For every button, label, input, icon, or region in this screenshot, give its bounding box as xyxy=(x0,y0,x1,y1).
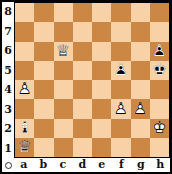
square-a5[interactable] xyxy=(15,61,34,80)
square-h5[interactable]: ♚♔ xyxy=(150,61,169,80)
rank-label-1: 1 xyxy=(2,139,14,159)
square-f1[interactable] xyxy=(111,138,130,157)
square-a4[interactable]: ♟♙ xyxy=(15,80,34,99)
square-h2[interactable]: ♚♔ xyxy=(150,119,169,138)
square-a8[interactable] xyxy=(15,3,34,22)
square-a1[interactable]: ♛♕ xyxy=(15,138,34,157)
file-label-e: e xyxy=(92,158,112,172)
file-label-c: c xyxy=(53,158,73,172)
square-g2[interactable] xyxy=(131,119,150,138)
rank-label-3: 3 xyxy=(2,100,14,120)
square-f6[interactable] xyxy=(111,42,130,61)
square-b7[interactable] xyxy=(34,22,53,41)
square-d6[interactable] xyxy=(73,42,92,61)
black-king-piece[interactable]: ♚♔ xyxy=(150,61,169,80)
rank-label-5: 5 xyxy=(2,61,14,81)
square-b4[interactable] xyxy=(34,80,53,99)
square-g7[interactable] xyxy=(131,22,150,41)
square-f4[interactable] xyxy=(111,80,130,99)
file-label-g: g xyxy=(131,158,151,172)
square-c4[interactable] xyxy=(54,80,73,99)
board-corner xyxy=(2,158,14,172)
white-king-piece[interactable]: ♚♔ xyxy=(150,119,169,138)
square-b2[interactable] xyxy=(34,119,53,138)
file-label-h: h xyxy=(151,158,171,172)
square-c7[interactable] xyxy=(54,22,73,41)
square-h1[interactable] xyxy=(150,138,169,157)
square-a7[interactable] xyxy=(15,22,34,41)
black-pawn-piece[interactable]: ♟♙ xyxy=(150,42,169,61)
white-pawn-piece[interactable]: ♟♙ xyxy=(131,99,150,118)
square-b6[interactable] xyxy=(34,42,53,61)
square-g3[interactable]: ♟♙ xyxy=(131,99,150,118)
square-a3[interactable] xyxy=(15,99,34,118)
square-a2[interactable]: ♝♗ xyxy=(15,119,34,138)
square-d1[interactable] xyxy=(73,138,92,157)
rank-labels: 87654321 xyxy=(2,2,14,158)
square-e4[interactable] xyxy=(92,80,111,99)
square-b1[interactable] xyxy=(34,138,53,157)
square-e2[interactable] xyxy=(92,119,111,138)
black-queen-piece[interactable]: ♛♕ xyxy=(15,138,34,157)
square-g1[interactable] xyxy=(131,138,150,157)
white-pawn-piece[interactable]: ♟♙ xyxy=(111,99,130,118)
square-c8[interactable] xyxy=(54,3,73,22)
square-d4[interactable] xyxy=(73,80,92,99)
rank-label-2: 2 xyxy=(2,119,14,139)
chess-board-diagram: 87654321 ♛♕♟♙♟♙♚♔♟♙♟♙♟♙♝♗♚♔♛♕ abcdefgh xyxy=(0,0,172,174)
square-h4[interactable] xyxy=(150,80,169,99)
rank-label-7: 7 xyxy=(2,22,14,42)
square-a6[interactable] xyxy=(15,42,34,61)
file-labels: abcdefgh xyxy=(14,158,170,172)
black-bishop-piece[interactable]: ♝♗ xyxy=(15,119,34,138)
square-f3[interactable]: ♟♙ xyxy=(111,99,130,118)
square-c2[interactable] xyxy=(54,119,73,138)
square-c3[interactable] xyxy=(54,99,73,118)
file-label-f: f xyxy=(112,158,132,172)
rank-label-6: 6 xyxy=(2,41,14,61)
square-d5[interactable] xyxy=(73,61,92,80)
square-h8[interactable] xyxy=(150,3,169,22)
file-label-a: a xyxy=(14,158,34,172)
square-e1[interactable] xyxy=(92,138,111,157)
square-f2[interactable] xyxy=(111,119,130,138)
chess-board: ♛♕♟♙♟♙♚♔♟♙♟♙♟♙♝♗♚♔♛♕ xyxy=(14,2,170,158)
square-g8[interactable] xyxy=(131,3,150,22)
square-b3[interactable] xyxy=(34,99,53,118)
square-c6[interactable]: ♛♕ xyxy=(54,42,73,61)
square-c1[interactable] xyxy=(54,138,73,157)
square-f7[interactable] xyxy=(111,22,130,41)
square-c5[interactable] xyxy=(54,61,73,80)
square-e7[interactable] xyxy=(92,22,111,41)
square-e6[interactable] xyxy=(92,42,111,61)
white-queen-piece[interactable]: ♛♕ xyxy=(54,42,73,61)
file-label-d: d xyxy=(73,158,93,172)
black-pawn-piece[interactable]: ♟♙ xyxy=(111,61,130,80)
white-pawn-piece[interactable]: ♟♙ xyxy=(15,80,34,99)
square-b8[interactable] xyxy=(34,3,53,22)
square-d3[interactable] xyxy=(73,99,92,118)
square-f5[interactable]: ♟♙ xyxy=(111,61,130,80)
square-h3[interactable] xyxy=(150,99,169,118)
rank-label-8: 8 xyxy=(2,2,14,22)
square-e8[interactable] xyxy=(92,3,111,22)
file-label-b: b xyxy=(34,158,54,172)
square-b5[interactable] xyxy=(34,61,53,80)
square-h6[interactable]: ♟♙ xyxy=(150,42,169,61)
square-g5[interactable] xyxy=(131,61,150,80)
square-d2[interactable] xyxy=(73,119,92,138)
square-h7[interactable] xyxy=(150,22,169,41)
square-e5[interactable] xyxy=(92,61,111,80)
square-g4[interactable] xyxy=(131,80,150,99)
square-d7[interactable] xyxy=(73,22,92,41)
square-g6[interactable] xyxy=(131,42,150,61)
square-f8[interactable] xyxy=(111,3,130,22)
side-to-move-indicator xyxy=(5,162,12,169)
rank-label-4: 4 xyxy=(2,80,14,100)
square-d8[interactable] xyxy=(73,3,92,22)
square-e3[interactable] xyxy=(92,99,111,118)
